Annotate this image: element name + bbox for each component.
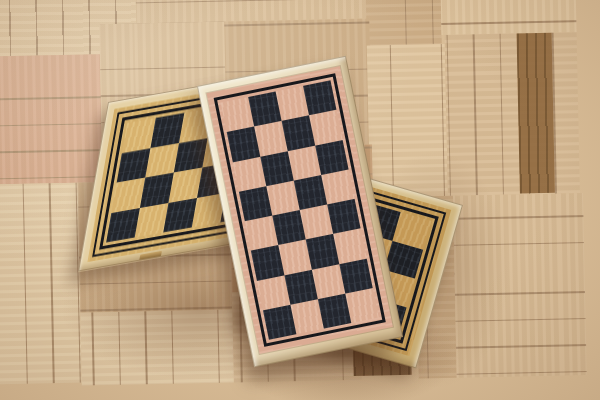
photo-scene [0,0,600,400]
parquet-block [364,0,441,46]
parquet-block [445,32,580,196]
parquet-block [453,193,587,378]
parquet-block [367,44,448,198]
parquet-block [80,309,233,385]
parquet-block [0,183,82,386]
light-square [345,288,378,323]
parquet-block [439,0,576,35]
parquet-block [0,54,103,185]
dark-wood-plank [517,33,555,194]
board-grid-center [221,80,379,339]
